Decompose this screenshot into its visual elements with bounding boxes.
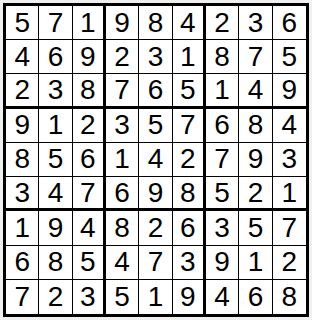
cell-r3c3[interactable]: 8 <box>73 74 106 108</box>
cell-r6c8[interactable]: 2 <box>239 177 272 211</box>
cell-r9c5[interactable]: 1 <box>139 280 172 314</box>
cell-r6c1[interactable]: 3 <box>6 177 39 211</box>
cell-r7c7[interactable]: 3 <box>206 211 239 245</box>
cell-r2c5[interactable]: 3 <box>139 40 172 74</box>
cell-r4c3[interactable]: 2 <box>73 109 106 143</box>
cell-r9c8[interactable]: 6 <box>239 280 272 314</box>
cell-r4c1[interactable]: 9 <box>6 109 39 143</box>
cell-r9c7[interactable]: 4 <box>206 280 239 314</box>
cell-r4c6[interactable]: 7 <box>173 109 206 143</box>
cell-r2c2[interactable]: 6 <box>39 40 72 74</box>
cell-r6c2[interactable]: 4 <box>39 177 72 211</box>
cell-r3c1[interactable]: 2 <box>6 74 39 108</box>
cell-r4c8[interactable]: 8 <box>239 109 272 143</box>
cell-r9c1[interactable]: 7 <box>6 280 39 314</box>
cell-r2c3[interactable]: 9 <box>73 40 106 74</box>
cell-r8c9[interactable]: 2 <box>273 246 306 280</box>
cell-r4c4[interactable]: 3 <box>106 109 139 143</box>
cell-r4c2[interactable]: 1 <box>39 109 72 143</box>
cell-r5c2[interactable]: 5 <box>39 143 72 177</box>
cell-r3c6[interactable]: 5 <box>173 74 206 108</box>
cell-r4c5[interactable]: 5 <box>139 109 172 143</box>
cell-r6c7[interactable]: 5 <box>206 177 239 211</box>
cell-r5c4[interactable]: 1 <box>106 143 139 177</box>
cell-r4c9[interactable]: 4 <box>273 109 306 143</box>
cell-r8c6[interactable]: 3 <box>173 246 206 280</box>
cell-r7c3[interactable]: 4 <box>73 211 106 245</box>
cell-r2c9[interactable]: 5 <box>273 40 306 74</box>
cell-r7c8[interactable]: 5 <box>239 211 272 245</box>
cell-r9c6[interactable]: 9 <box>173 280 206 314</box>
cell-r4c7[interactable]: 6 <box>206 109 239 143</box>
cell-r3c9[interactable]: 9 <box>273 74 306 108</box>
cell-r9c4[interactable]: 5 <box>106 280 139 314</box>
cell-r5c1[interactable]: 8 <box>6 143 39 177</box>
cell-r8c5[interactable]: 7 <box>139 246 172 280</box>
cell-r3c7[interactable]: 1 <box>206 74 239 108</box>
cell-r5c8[interactable]: 9 <box>239 143 272 177</box>
cell-r3c4[interactable]: 7 <box>106 74 139 108</box>
cell-r2c4[interactable]: 2 <box>106 40 139 74</box>
cell-r1c1[interactable]: 5 <box>6 6 39 40</box>
cell-r2c7[interactable]: 8 <box>206 40 239 74</box>
cell-r3c8[interactable]: 4 <box>239 74 272 108</box>
cell-r9c9[interactable]: 8 <box>273 280 306 314</box>
cell-r1c8[interactable]: 3 <box>239 6 272 40</box>
cell-r1c2[interactable]: 7 <box>39 6 72 40</box>
cell-r7c4[interactable]: 8 <box>106 211 139 245</box>
cell-r1c5[interactable]: 8 <box>139 6 172 40</box>
cell-r9c2[interactable]: 2 <box>39 280 72 314</box>
cell-r8c3[interactable]: 5 <box>73 246 106 280</box>
cell-r7c6[interactable]: 6 <box>173 211 206 245</box>
cell-r8c8[interactable]: 1 <box>239 246 272 280</box>
cell-r1c7[interactable]: 2 <box>206 6 239 40</box>
cell-r5c6[interactable]: 2 <box>173 143 206 177</box>
cell-r5c7[interactable]: 7 <box>206 143 239 177</box>
cell-r8c4[interactable]: 4 <box>106 246 139 280</box>
cell-r8c7[interactable]: 9 <box>206 246 239 280</box>
sudoku-board: 5719842364692318752387651499123576848561… <box>3 3 309 317</box>
cell-r1c9[interactable]: 6 <box>273 6 306 40</box>
cell-r5c3[interactable]: 6 <box>73 143 106 177</box>
cell-r1c3[interactable]: 1 <box>73 6 106 40</box>
cell-r2c8[interactable]: 7 <box>239 40 272 74</box>
cell-r6c9[interactable]: 1 <box>273 177 306 211</box>
cell-r1c6[interactable]: 4 <box>173 6 206 40</box>
cell-r7c9[interactable]: 7 <box>273 211 306 245</box>
cell-r3c2[interactable]: 3 <box>39 74 72 108</box>
cell-r7c5[interactable]: 2 <box>139 211 172 245</box>
cell-r6c6[interactable]: 8 <box>173 177 206 211</box>
cell-r6c4[interactable]: 6 <box>106 177 139 211</box>
cell-r1c4[interactable]: 9 <box>106 6 139 40</box>
cell-r5c5[interactable]: 4 <box>139 143 172 177</box>
cell-r2c1[interactable]: 4 <box>6 40 39 74</box>
cell-r6c3[interactable]: 7 <box>73 177 106 211</box>
cell-r9c3[interactable]: 3 <box>73 280 106 314</box>
cell-r6c5[interactable]: 9 <box>139 177 172 211</box>
cell-r7c1[interactable]: 1 <box>6 211 39 245</box>
cell-r8c1[interactable]: 6 <box>6 246 39 280</box>
cell-r8c2[interactable]: 8 <box>39 246 72 280</box>
cell-r3c5[interactable]: 6 <box>139 74 172 108</box>
cell-r5c9[interactable]: 3 <box>273 143 306 177</box>
cell-r7c2[interactable]: 9 <box>39 211 72 245</box>
cell-r2c6[interactable]: 1 <box>173 40 206 74</box>
